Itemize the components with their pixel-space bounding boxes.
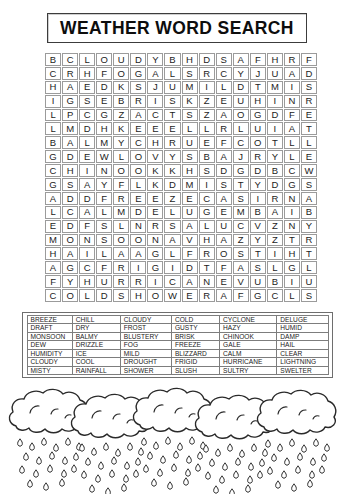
grid-cell[interactable]: G xyxy=(62,95,78,108)
grid-cell[interactable]: D xyxy=(130,53,146,66)
grid-cell[interactable]: O xyxy=(250,136,266,149)
grid-cell[interactable]: E xyxy=(45,220,61,233)
grid-cell[interactable]: Y xyxy=(301,220,317,233)
grid-cell[interactable]: F xyxy=(96,67,112,80)
grid-cell[interactable]: Y xyxy=(250,234,266,247)
grid-cell[interactable]: M xyxy=(62,122,78,135)
grid-cell[interactable]: L xyxy=(199,122,215,135)
grid-cell[interactable]: Y xyxy=(164,150,180,163)
grid-cell[interactable]: W xyxy=(164,289,180,302)
grid-cell[interactable]: C xyxy=(45,67,61,80)
grid-cell[interactable]: L xyxy=(216,81,232,94)
grid-cell[interactable]: E xyxy=(147,206,163,219)
grid-cell[interactable]: A xyxy=(164,234,180,247)
grid-cell[interactable]: L xyxy=(79,289,95,302)
grid-cell[interactable]: R xyxy=(147,220,163,233)
grid-cell[interactable]: C xyxy=(267,289,283,302)
grid-cell[interactable]: Z xyxy=(199,109,215,122)
grid-cell[interactable]: H xyxy=(79,67,95,80)
grid-cell[interactable]: E xyxy=(216,95,232,108)
grid-cell[interactable]: F xyxy=(284,109,300,122)
grid-cell[interactable]: A xyxy=(113,247,129,260)
grid-cell[interactable]: D xyxy=(79,122,95,135)
grid-cell[interactable]: D xyxy=(62,150,78,163)
grid-cell[interactable]: I xyxy=(147,275,163,288)
grid-cell[interactable]: M xyxy=(96,136,112,149)
grid-cell[interactable]: G xyxy=(284,261,300,274)
grid-cell[interactable]: H xyxy=(96,122,112,135)
grid-cell[interactable]: M xyxy=(267,81,283,94)
grid-cell[interactable]: M xyxy=(113,206,129,219)
grid-cell[interactable]: B xyxy=(164,53,180,66)
grid-cell[interactable]: R xyxy=(250,150,266,163)
grid-cell[interactable]: O xyxy=(113,164,129,177)
grid-cell[interactable]: G xyxy=(233,164,249,177)
grid-cell[interactable]: A xyxy=(130,109,146,122)
grid-cell[interactable]: O xyxy=(113,67,129,80)
grid-cell[interactable]: G xyxy=(147,261,163,274)
grid-cell[interactable]: W xyxy=(96,150,112,163)
grid-cell[interactable]: A xyxy=(233,261,249,274)
grid-cell[interactable]: R xyxy=(267,192,283,205)
grid-cell[interactable]: Y xyxy=(62,275,78,288)
grid-cell[interactable]: I xyxy=(130,261,146,274)
grid-cell[interactable]: L xyxy=(301,136,317,149)
grid-cell[interactable]: O xyxy=(113,234,129,247)
grid-cell[interactable]: G xyxy=(130,67,146,80)
word-list-item: HUMIDITY xyxy=(27,349,72,357)
grid-cell[interactable]: O xyxy=(62,289,78,302)
grid-cell[interactable]: A xyxy=(216,289,232,302)
grid-cell[interactable]: L xyxy=(113,220,129,233)
grid-cell[interactable]: D xyxy=(62,220,78,233)
grid-cell[interactable]: A xyxy=(79,178,95,191)
grid-cell[interactable]: B xyxy=(250,206,266,219)
grid-cell[interactable]: B xyxy=(113,95,129,108)
grid-cell[interactable]: T xyxy=(233,178,249,191)
grid-cell[interactable]: A xyxy=(182,275,198,288)
grid-cell[interactable]: N xyxy=(284,220,300,233)
grid-cell[interactable]: D xyxy=(267,109,283,122)
grid-cell[interactable]: A xyxy=(62,247,78,260)
grid-cell[interactable]: C xyxy=(62,206,78,219)
grid-cell[interactable]: S xyxy=(216,53,232,66)
grid-cell[interactable]: E xyxy=(301,150,317,163)
grid-cell[interactable]: E xyxy=(182,289,198,302)
grid-cell[interactable]: Y xyxy=(250,178,266,191)
grid-cell[interactable]: E xyxy=(130,192,146,205)
grid-cell[interactable]: Y xyxy=(96,178,112,191)
grid-cell[interactable]: O xyxy=(130,150,146,163)
grid-cell[interactable]: O xyxy=(147,289,163,302)
grid-cell[interactable]: C xyxy=(130,136,146,149)
grid-cell[interactable]: E xyxy=(79,81,95,94)
grid-cell[interactable]: A xyxy=(45,192,61,205)
grid-cell[interactable]: S xyxy=(130,81,146,94)
grid-cell[interactable]: L xyxy=(284,136,300,149)
grid-cell[interactable]: T xyxy=(199,261,215,274)
grid-cell[interactable]: I xyxy=(284,275,300,288)
grid-cell[interactable]: R xyxy=(199,289,215,302)
grid-cell[interactable]: L xyxy=(79,53,95,66)
grid-cell[interactable]: L xyxy=(79,136,95,149)
grid-cell[interactable]: Y xyxy=(233,67,249,80)
grid-cell[interactable]: A xyxy=(233,53,249,66)
grid-cell[interactable]: V xyxy=(250,220,266,233)
grid-cell[interactable]: O xyxy=(130,234,146,247)
grid-cell[interactable]: R xyxy=(62,67,78,80)
grid-cell[interactable]: G xyxy=(199,206,215,219)
grid-cell[interactable]: A xyxy=(284,67,300,80)
grid-cell[interactable]: H xyxy=(130,289,146,302)
grid-cell[interactable]: E xyxy=(216,206,232,219)
grid-cell[interactable]: B xyxy=(199,150,215,163)
grid-cell[interactable]: D xyxy=(199,53,215,66)
grid-cell[interactable]: K xyxy=(113,81,129,94)
grid-cell[interactable]: Z xyxy=(113,109,129,122)
grid-cell[interactable]: S xyxy=(233,247,249,260)
grid-cell[interactable]: N xyxy=(130,220,146,233)
grid-cell[interactable]: I xyxy=(267,247,283,260)
grid-cell[interactable]: F xyxy=(216,261,232,274)
grid-cell[interactable]: U xyxy=(182,206,198,219)
grid-cell[interactable]: C xyxy=(45,289,61,302)
grid-cell[interactable]: H xyxy=(45,81,61,94)
grid-cell[interactable]: B xyxy=(45,136,61,149)
grid-cell[interactable]: A xyxy=(267,206,283,219)
grid-cell[interactable]: L xyxy=(164,67,180,80)
grid-cell[interactable]: Z xyxy=(199,95,215,108)
grid-cell[interactable]: K xyxy=(147,164,163,177)
grid-cell[interactable]: U xyxy=(267,67,283,80)
grid-cell[interactable]: P xyxy=(62,109,78,122)
grid-cell[interactable]: S xyxy=(301,81,317,94)
grid-cell[interactable]: B xyxy=(267,164,283,177)
grid-cell[interactable]: R xyxy=(130,275,146,288)
grid-cell[interactable]: I xyxy=(284,206,300,219)
grid-cell[interactable]: N xyxy=(147,234,163,247)
grid-cell[interactable]: H xyxy=(284,247,300,260)
grid-cell[interactable]: A xyxy=(147,67,163,80)
grid-cell[interactable]: R xyxy=(113,192,129,205)
grid-cell[interactable]: L xyxy=(233,122,249,135)
grid-cell[interactable]: W xyxy=(301,164,317,177)
word-list-item: BREEZE xyxy=(27,316,72,324)
grid-cell[interactable]: H xyxy=(147,136,163,149)
grid-cell[interactable]: Y xyxy=(267,150,283,163)
grid-cell[interactable]: D xyxy=(62,192,78,205)
grid-cell[interactable]: E xyxy=(147,122,163,135)
grid-cell[interactable]: U xyxy=(182,136,198,149)
grid-cell[interactable]: L xyxy=(45,122,61,135)
grid-cell[interactable]: N xyxy=(79,234,95,247)
grid-cell[interactable]: B xyxy=(301,206,317,219)
grid-cell[interactable]: Z xyxy=(164,192,180,205)
grid-cell[interactable]: S xyxy=(182,109,198,122)
grid-cell[interactable]: K xyxy=(164,164,180,177)
grid-cell[interactable]: F xyxy=(250,53,266,66)
grid-cell[interactable]: G xyxy=(96,109,112,122)
grid-cell[interactable]: H xyxy=(182,164,198,177)
grid-cell[interactable]: L xyxy=(199,220,215,233)
grid-cell[interactable]: I xyxy=(199,81,215,94)
grid-cell[interactable]: O xyxy=(216,247,232,260)
grid-cell[interactable]: H xyxy=(250,95,266,108)
grid-cell[interactable]: T xyxy=(164,109,180,122)
grid-cell[interactable]: F xyxy=(96,261,112,274)
grid-cell[interactable]: A xyxy=(130,247,146,260)
grid-cell[interactable]: I xyxy=(164,261,180,274)
grid-cell[interactable]: E xyxy=(182,192,198,205)
grid-cell[interactable]: I xyxy=(267,122,283,135)
grid-cell[interactable]: S xyxy=(62,178,78,191)
grid-cell[interactable]: E xyxy=(79,150,95,163)
grid-cell[interactable]: L xyxy=(96,206,112,219)
grid-cell[interactable]: A xyxy=(216,109,232,122)
grid-cell[interactable]: H xyxy=(45,247,61,260)
grid-cell[interactable]: R xyxy=(164,136,180,149)
grid-cell[interactable]: N xyxy=(284,95,300,108)
grid-cell[interactable]: L xyxy=(164,206,180,219)
grid-cell[interactable]: T xyxy=(301,247,317,260)
grid-cell[interactable]: C xyxy=(284,164,300,177)
grid-cell[interactable]: S xyxy=(250,261,266,274)
word-list-row: DEWDRIZZLEFOGFREEZEGALEHAIL xyxy=(27,341,328,349)
grid-cell[interactable]: C xyxy=(62,53,78,66)
grid-cell[interactable]: C xyxy=(45,164,61,177)
grid-cell[interactable]: U xyxy=(164,81,180,94)
grid-cell[interactable]: E xyxy=(130,122,146,135)
grid-cell[interactable]: G xyxy=(250,109,266,122)
grid-cell[interactable]: C xyxy=(79,109,95,122)
grid-cell[interactable]: D xyxy=(233,81,249,94)
grid-cell[interactable]: D xyxy=(267,178,283,191)
grid-cell[interactable]: O xyxy=(62,234,78,247)
grid-cell[interactable]: T xyxy=(301,122,317,135)
grid-cell[interactable]: D xyxy=(96,289,112,302)
grid-cell[interactable]: D xyxy=(79,192,95,205)
grid-cell[interactable]: T xyxy=(284,234,300,247)
grid-cell[interactable]: F xyxy=(233,289,249,302)
grid-cell[interactable]: I xyxy=(45,95,61,108)
rain-cloud-icon xyxy=(257,390,335,491)
grid-cell[interactable]: H xyxy=(79,275,95,288)
grid-cell[interactable]: I xyxy=(79,247,95,260)
grid-cell[interactable]: S xyxy=(113,289,129,302)
grid-cell[interactable]: F xyxy=(182,247,198,260)
grid-cell[interactable]: R xyxy=(301,234,317,247)
grid-cell[interactable]: S xyxy=(233,192,249,205)
grid-cell[interactable]: N xyxy=(199,275,215,288)
grid-cell[interactable]: G xyxy=(45,178,61,191)
grid-cell[interactable]: D xyxy=(301,67,317,80)
grid-cell[interactable]: F xyxy=(45,275,61,288)
grid-cell[interactable]: S xyxy=(164,220,180,233)
grid-cell[interactable]: M xyxy=(182,81,198,94)
grid-cell[interactable]: C xyxy=(216,67,232,80)
grid-cell[interactable]: J xyxy=(147,81,163,94)
grid-cell[interactable]: A xyxy=(216,234,232,247)
grid-cell[interactable]: A xyxy=(62,136,78,149)
grid-cell[interactable]: U xyxy=(96,275,112,288)
grid-cell[interactable]: K xyxy=(113,122,129,135)
grid-cell[interactable]: Z xyxy=(233,234,249,247)
grid-cell[interactable]: A xyxy=(182,220,198,233)
grid-cell[interactable]: S xyxy=(301,178,317,191)
grid-cell[interactable]: R xyxy=(199,67,215,80)
grid-cell[interactable]: G xyxy=(250,289,266,302)
grid-cell[interactable]: L xyxy=(267,261,283,274)
grid-cell[interactable]: L xyxy=(284,289,300,302)
grid-cell[interactable]: L xyxy=(113,150,129,163)
grid-cell[interactable]: F xyxy=(79,220,95,233)
grid-cell[interactable]: C xyxy=(147,109,163,122)
grid-cell[interactable]: L xyxy=(284,150,300,163)
grid-cell[interactable]: S xyxy=(96,234,112,247)
grid-cell[interactable]: U xyxy=(233,95,249,108)
grid-cell[interactable]: S xyxy=(79,95,95,108)
grid-cell[interactable]: S xyxy=(164,95,180,108)
grid-cell[interactable]: U xyxy=(301,275,317,288)
grid-cell[interactable]: S xyxy=(199,164,215,177)
grid-cell[interactable]: O xyxy=(130,164,146,177)
grid-cell[interactable]: G xyxy=(45,150,61,163)
rain-cloud-icon xyxy=(133,388,211,489)
grid-cell[interactable]: R xyxy=(301,95,317,108)
grid-cell[interactable]: G xyxy=(147,247,163,260)
grid-cell[interactable]: J xyxy=(233,150,249,163)
grid-cell[interactable]: C xyxy=(199,192,215,205)
grid-cell[interactable]: R xyxy=(130,95,146,108)
grid-cell[interactable]: L xyxy=(45,206,61,219)
grid-cell[interactable]: E xyxy=(216,275,232,288)
word-list-item: DAMP xyxy=(277,332,328,340)
grid-cell[interactable]: Y xyxy=(113,136,129,149)
grid-cell[interactable]: C xyxy=(233,220,249,233)
grid-cell[interactable]: S xyxy=(216,178,232,191)
grid-cell[interactable]: U xyxy=(113,53,129,66)
grid-cell[interactable]: V xyxy=(147,150,163,163)
grid-cell[interactable]: A xyxy=(284,122,300,135)
grid-cell[interactable]: E xyxy=(164,122,180,135)
grid-cell[interactable]: R xyxy=(113,275,129,288)
grid-cell[interactable]: Y xyxy=(147,53,163,66)
grid-cell[interactable]: E xyxy=(96,95,112,108)
grid-cell[interactable]: S xyxy=(301,289,317,302)
grid-cell[interactable]: U xyxy=(216,220,232,233)
grid-cell[interactable]: L xyxy=(182,122,198,135)
grid-cell[interactable]: R xyxy=(199,247,215,260)
grid-cell[interactable]: D xyxy=(164,178,180,191)
grid-cell[interactable]: F xyxy=(96,192,112,205)
word-list-item: ICE xyxy=(72,349,120,357)
grid-cell[interactable]: G xyxy=(284,178,300,191)
grid-cell[interactable]: I xyxy=(147,95,163,108)
word-list-item: FOG xyxy=(120,341,171,349)
grid-cell[interactable]: I xyxy=(199,178,215,191)
grid-cell[interactable]: R xyxy=(216,122,232,135)
grid-cell[interactable]: L xyxy=(96,247,112,260)
grid-cell[interactable]: B xyxy=(267,275,283,288)
grid-cell[interactable]: L xyxy=(45,109,61,122)
grid-cell[interactable]: S xyxy=(182,150,198,163)
grid-cell[interactable]: T xyxy=(267,136,283,149)
grid-cell[interactable]: D xyxy=(250,164,266,177)
grid-cell[interactable]: H xyxy=(62,164,78,177)
grid-cell[interactable]: Z xyxy=(267,220,283,233)
grid-cell[interactable]: U xyxy=(250,275,266,288)
grid-cell[interactable]: E xyxy=(199,136,215,149)
word-list-item: FREEZE xyxy=(171,341,219,349)
grid-cell[interactable]: E xyxy=(147,192,163,205)
grid-cell[interactable]: N xyxy=(284,192,300,205)
grid-cell[interactable]: L xyxy=(130,178,146,191)
grid-cell[interactable]: I xyxy=(267,95,283,108)
grid-cell[interactable]: F xyxy=(216,136,232,149)
grid-cell[interactable]: A xyxy=(79,206,95,219)
grid-cell[interactable]: M xyxy=(182,178,198,191)
grid-cell[interactable]: E xyxy=(301,109,317,122)
grid-cell[interactable]: B xyxy=(45,53,61,66)
grid-cell[interactable]: O xyxy=(233,109,249,122)
grid-cell[interactable]: L xyxy=(301,261,317,274)
grid-cell[interactable]: D xyxy=(96,81,112,94)
grid-cell[interactable]: F xyxy=(301,53,317,66)
word-search-grid: BCLOUDYBHDSAFHRFCRHFOGALSRCYJUADHAEDKSJU… xyxy=(45,53,317,302)
grid-cell[interactable]: O xyxy=(96,53,112,66)
grid-cell[interactable]: M xyxy=(233,206,249,219)
grid-cell[interactable]: I xyxy=(284,81,300,94)
word-list-row: CLOUDYCOOLDROUGHTFRIGIDHURRICANELIGHTNIN… xyxy=(27,358,328,366)
grid-cell[interactable]: H xyxy=(182,53,198,66)
grid-cell[interactable]: I xyxy=(79,164,95,177)
word-list-body: BREEZECHILLCLOUDYCOLDCYCLONEDELUGEDRAFTD… xyxy=(27,316,328,375)
grid-cell[interactable]: T xyxy=(250,81,266,94)
grid-cell[interactable]: M xyxy=(45,234,61,247)
grid-cell[interactable]: H xyxy=(199,234,215,247)
grid-cell[interactable]: J xyxy=(250,67,266,80)
grid-cell[interactable]: F xyxy=(113,178,129,191)
grid-cell[interactable]: A xyxy=(62,81,78,94)
grid-cell[interactable]: S xyxy=(96,220,112,233)
grid-cell[interactable]: V xyxy=(182,234,198,247)
grid-cell[interactable]: U xyxy=(250,122,266,135)
grid-cell[interactable]: R xyxy=(284,53,300,66)
grid-cell[interactable]: S xyxy=(182,67,198,80)
grid-cell[interactable]: K xyxy=(182,95,198,108)
grid-cell[interactable]: L xyxy=(164,247,180,260)
grid-cell[interactable]: V xyxy=(233,275,249,288)
grid-cell[interactable]: D xyxy=(216,164,232,177)
grid-cell[interactable]: D xyxy=(182,261,198,274)
grid-cell[interactable]: A xyxy=(301,192,317,205)
grid-cell[interactable]: A xyxy=(216,192,232,205)
grid-cell[interactable]: A xyxy=(45,261,61,274)
grid-cell[interactable]: T xyxy=(250,247,266,260)
grid-cell[interactable]: D xyxy=(130,206,146,219)
grid-cell[interactable]: C xyxy=(79,261,95,274)
grid-cell[interactable]: C xyxy=(164,275,180,288)
grid-cell[interactable]: R xyxy=(113,261,129,274)
grid-cell[interactable]: N xyxy=(96,164,112,177)
grid-cell[interactable]: C xyxy=(233,136,249,149)
grid-cell[interactable]: G xyxy=(62,261,78,274)
grid-cell[interactable]: Z xyxy=(267,234,283,247)
grid-cell[interactable]: H xyxy=(267,53,283,66)
grid-cell[interactable]: I xyxy=(250,192,266,205)
grid-cell[interactable]: K xyxy=(147,178,163,191)
grid-cell[interactable]: A xyxy=(216,150,232,163)
